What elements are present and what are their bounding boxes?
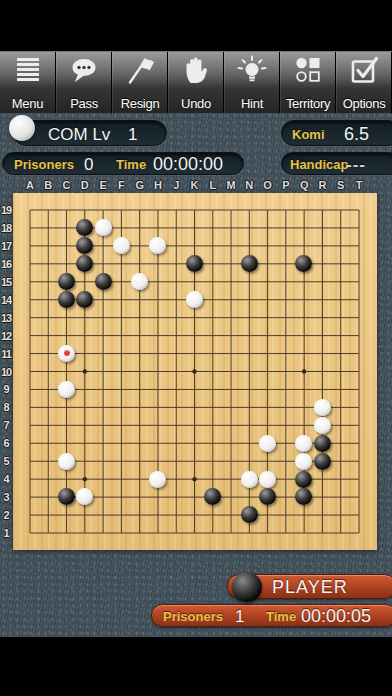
resign-button[interactable]: Resign: [112, 52, 168, 113]
intersection-Q15[interactable]: [295, 273, 313, 291]
intersection-F13[interactable]: [112, 309, 130, 327]
intersection-J16[interactable]: [167, 255, 185, 273]
intersection-G1[interactable]: [130, 524, 148, 542]
intersection-S9[interactable]: [331, 380, 349, 398]
intersection-P12[interactable]: [277, 327, 295, 345]
intersection-K14[interactable]: [185, 291, 203, 309]
intersection-S18[interactable]: [331, 219, 349, 237]
intersection-K11[interactable]: [185, 345, 203, 363]
intersection-N14[interactable]: [240, 291, 258, 309]
options-button[interactable]: Options: [336, 52, 392, 113]
intersection-D18[interactable]: [76, 219, 94, 237]
intersection-E17[interactable]: [94, 237, 112, 255]
intersection-N2[interactable]: [240, 506, 258, 524]
intersection-O7[interactable]: [258, 416, 276, 434]
intersection-S13[interactable]: [331, 309, 349, 327]
intersection-T5[interactable]: [350, 452, 368, 470]
intersection-A13[interactable]: [21, 309, 39, 327]
intersection-M17[interactable]: [222, 237, 240, 255]
intersection-T3[interactable]: [350, 488, 368, 506]
intersection-S19[interactable]: [331, 201, 349, 219]
intersection-M12[interactable]: [222, 327, 240, 345]
intersection-J14[interactable]: [167, 291, 185, 309]
intersection-J13[interactable]: [167, 309, 185, 327]
intersection-P16[interactable]: [277, 255, 295, 273]
intersection-H9[interactable]: [149, 380, 167, 398]
intersection-D8[interactable]: [76, 398, 94, 416]
intersection-O1[interactable]: [258, 524, 276, 542]
intersection-R19[interactable]: [313, 201, 331, 219]
intersection-A15[interactable]: [21, 273, 39, 291]
intersection-H7[interactable]: [149, 416, 167, 434]
intersection-M8[interactable]: [222, 398, 240, 416]
intersection-J8[interactable]: [167, 398, 185, 416]
intersection-N7[interactable]: [240, 416, 258, 434]
intersection-K12[interactable]: [185, 327, 203, 345]
intersection-J10[interactable]: [167, 362, 185, 380]
territory-button[interactable]: Territory: [280, 52, 336, 113]
intersection-L18[interactable]: [204, 219, 222, 237]
intersection-P8[interactable]: [277, 398, 295, 416]
intersection-F16[interactable]: [112, 255, 130, 273]
intersection-T11[interactable]: [350, 345, 368, 363]
intersection-C2[interactable]: [57, 506, 75, 524]
intersection-T10[interactable]: [350, 362, 368, 380]
intersection-O16[interactable]: [258, 255, 276, 273]
intersection-L4[interactable]: [204, 470, 222, 488]
intersection-J11[interactable]: [167, 345, 185, 363]
intersection-B1[interactable]: [39, 524, 57, 542]
intersection-T6[interactable]: [350, 434, 368, 452]
intersection-S14[interactable]: [331, 291, 349, 309]
intersection-H16[interactable]: [149, 255, 167, 273]
intersection-R14[interactable]: [313, 291, 331, 309]
intersection-M6[interactable]: [222, 434, 240, 452]
intersection-B13[interactable]: [39, 309, 57, 327]
intersection-N10[interactable]: [240, 362, 258, 380]
intersection-T2[interactable]: [350, 506, 368, 524]
intersection-G5[interactable]: [130, 452, 148, 470]
intersection-O3[interactable]: [258, 488, 276, 506]
intersection-R2[interactable]: [313, 506, 331, 524]
intersection-G13[interactable]: [130, 309, 148, 327]
intersection-C5[interactable]: [57, 452, 75, 470]
intersection-D14[interactable]: [76, 291, 94, 309]
intersection-E13[interactable]: [94, 309, 112, 327]
intersection-D15[interactable]: [76, 273, 94, 291]
intersection-G19[interactable]: [130, 201, 148, 219]
intersection-E7[interactable]: [94, 416, 112, 434]
intersection-R4[interactable]: [313, 470, 331, 488]
intersection-N19[interactable]: [240, 201, 258, 219]
intersection-Q13[interactable]: [295, 309, 313, 327]
intersection-C16[interactable]: [57, 255, 75, 273]
intersection-M5[interactable]: [222, 452, 240, 470]
intersection-A4[interactable]: [21, 470, 39, 488]
intersection-E10[interactable]: [94, 362, 112, 380]
intersection-C14[interactable]: [57, 291, 75, 309]
intersection-R9[interactable]: [313, 380, 331, 398]
intersection-O19[interactable]: [258, 201, 276, 219]
intersection-Q4[interactable]: [295, 470, 313, 488]
intersection-H1[interactable]: [149, 524, 167, 542]
intersection-E15[interactable]: [94, 273, 112, 291]
intersection-M14[interactable]: [222, 291, 240, 309]
intersection-S4[interactable]: [331, 470, 349, 488]
undo-button[interactable]: Undo: [168, 52, 224, 113]
intersection-G15[interactable]: [130, 273, 148, 291]
intersection-C9[interactable]: [57, 380, 75, 398]
intersection-Q16[interactable]: [295, 255, 313, 273]
intersection-N15[interactable]: [240, 273, 258, 291]
intersection-Q2[interactable]: [295, 506, 313, 524]
intersection-A7[interactable]: [21, 416, 39, 434]
intersection-A19[interactable]: [21, 201, 39, 219]
intersection-D10[interactable]: [76, 362, 94, 380]
intersection-C10[interactable]: [57, 362, 75, 380]
intersection-N9[interactable]: [240, 380, 258, 398]
intersection-A18[interactable]: [21, 219, 39, 237]
intersection-G2[interactable]: [130, 506, 148, 524]
intersection-H6[interactable]: [149, 434, 167, 452]
intersection-S3[interactable]: [331, 488, 349, 506]
intersection-C4[interactable]: [57, 470, 75, 488]
intersection-D4[interactable]: [76, 470, 94, 488]
intersection-S16[interactable]: [331, 255, 349, 273]
intersection-J2[interactable]: [167, 506, 185, 524]
intersection-A16[interactable]: [21, 255, 39, 273]
intersection-D19[interactable]: [76, 201, 94, 219]
intersection-S1[interactable]: [331, 524, 349, 542]
intersection-B5[interactable]: [39, 452, 57, 470]
intersection-F2[interactable]: [112, 506, 130, 524]
intersection-N13[interactable]: [240, 309, 258, 327]
intersection-K16[interactable]: [185, 255, 203, 273]
intersection-S8[interactable]: [331, 398, 349, 416]
intersection-Q10[interactable]: [295, 362, 313, 380]
intersection-C12[interactable]: [57, 327, 75, 345]
intersection-T14[interactable]: [350, 291, 368, 309]
intersection-B3[interactable]: [39, 488, 57, 506]
intersection-O4[interactable]: [258, 470, 276, 488]
intersection-K18[interactable]: [185, 219, 203, 237]
intersection-T7[interactable]: [350, 416, 368, 434]
intersection-J15[interactable]: [167, 273, 185, 291]
intersection-E18[interactable]: [94, 219, 112, 237]
intersection-F19[interactable]: [112, 201, 130, 219]
intersection-M2[interactable]: [222, 506, 240, 524]
intersection-K9[interactable]: [185, 380, 203, 398]
intersection-P7[interactable]: [277, 416, 295, 434]
intersection-N6[interactable]: [240, 434, 258, 452]
intersection-S11[interactable]: [331, 345, 349, 363]
intersection-P10[interactable]: [277, 362, 295, 380]
intersection-S2[interactable]: [331, 506, 349, 524]
intersection-L3[interactable]: [204, 488, 222, 506]
intersection-R5[interactable]: [313, 452, 331, 470]
intersection-A17[interactable]: [21, 237, 39, 255]
intersection-F11[interactable]: [112, 345, 130, 363]
intersection-B6[interactable]: [39, 434, 57, 452]
intersection-K13[interactable]: [185, 309, 203, 327]
intersection-R8[interactable]: [313, 398, 331, 416]
intersection-R11[interactable]: [313, 345, 331, 363]
intersection-J17[interactable]: [167, 237, 185, 255]
intersection-C13[interactable]: [57, 309, 75, 327]
intersection-G7[interactable]: [130, 416, 148, 434]
intersection-P19[interactable]: [277, 201, 295, 219]
intersection-P14[interactable]: [277, 291, 295, 309]
intersection-K19[interactable]: [185, 201, 203, 219]
intersection-E12[interactable]: [94, 327, 112, 345]
intersection-L12[interactable]: [204, 327, 222, 345]
intersection-D1[interactable]: [76, 524, 94, 542]
intersection-G18[interactable]: [130, 219, 148, 237]
intersection-D12[interactable]: [76, 327, 94, 345]
intersection-G3[interactable]: [130, 488, 148, 506]
intersection-Q14[interactable]: [295, 291, 313, 309]
intersection-G8[interactable]: [130, 398, 148, 416]
intersection-E19[interactable]: [94, 201, 112, 219]
intersection-R3[interactable]: [313, 488, 331, 506]
intersection-P15[interactable]: [277, 273, 295, 291]
intersection-L7[interactable]: [204, 416, 222, 434]
intersection-A11[interactable]: [21, 345, 39, 363]
intersection-N17[interactable]: [240, 237, 258, 255]
intersection-O14[interactable]: [258, 291, 276, 309]
intersection-Q18[interactable]: [295, 219, 313, 237]
intersection-P18[interactable]: [277, 219, 295, 237]
intersection-T1[interactable]: [350, 524, 368, 542]
intersection-B14[interactable]: [39, 291, 57, 309]
intersection-D11[interactable]: [76, 345, 94, 363]
intersection-J6[interactable]: [167, 434, 185, 452]
intersection-C11[interactable]: [57, 345, 75, 363]
intersection-G6[interactable]: [130, 434, 148, 452]
intersection-O17[interactable]: [258, 237, 276, 255]
intersection-T18[interactable]: [350, 219, 368, 237]
intersection-A2[interactable]: [21, 506, 39, 524]
intersection-S6[interactable]: [331, 434, 349, 452]
intersection-J1[interactable]: [167, 524, 185, 542]
intersection-O8[interactable]: [258, 398, 276, 416]
intersection-H5[interactable]: [149, 452, 167, 470]
intersection-H2[interactable]: [149, 506, 167, 524]
intersection-R10[interactable]: [313, 362, 331, 380]
intersection-H11[interactable]: [149, 345, 167, 363]
intersection-R15[interactable]: [313, 273, 331, 291]
intersection-S17[interactable]: [331, 237, 349, 255]
intersection-M18[interactable]: [222, 219, 240, 237]
intersection-O9[interactable]: [258, 380, 276, 398]
intersection-J12[interactable]: [167, 327, 185, 345]
intersection-F4[interactable]: [112, 470, 130, 488]
pass-button[interactable]: Pass: [56, 52, 112, 113]
intersection-G17[interactable]: [130, 237, 148, 255]
intersection-F7[interactable]: [112, 416, 130, 434]
intersection-M1[interactable]: [222, 524, 240, 542]
intersection-K3[interactable]: [185, 488, 203, 506]
intersection-C18[interactable]: [57, 219, 75, 237]
intersection-T8[interactable]: [350, 398, 368, 416]
intersection-E6[interactable]: [94, 434, 112, 452]
intersection-F15[interactable]: [112, 273, 130, 291]
intersection-P2[interactable]: [277, 506, 295, 524]
intersection-N18[interactable]: [240, 219, 258, 237]
intersection-E8[interactable]: [94, 398, 112, 416]
intersection-M10[interactable]: [222, 362, 240, 380]
intersection-A1[interactable]: [21, 524, 39, 542]
intersection-K2[interactable]: [185, 506, 203, 524]
intersection-R7[interactable]: [313, 416, 331, 434]
intersection-T19[interactable]: [350, 201, 368, 219]
intersection-G11[interactable]: [130, 345, 148, 363]
intersection-J4[interactable]: [167, 470, 185, 488]
intersection-C8[interactable]: [57, 398, 75, 416]
intersection-C1[interactable]: [57, 524, 75, 542]
intersection-T9[interactable]: [350, 380, 368, 398]
intersection-N8[interactable]: [240, 398, 258, 416]
intersection-P13[interactable]: [277, 309, 295, 327]
intersection-O2[interactable]: [258, 506, 276, 524]
intersection-J18[interactable]: [167, 219, 185, 237]
intersection-L15[interactable]: [204, 273, 222, 291]
intersection-Q6[interactable]: [295, 434, 313, 452]
intersection-G9[interactable]: [130, 380, 148, 398]
intersection-L11[interactable]: [204, 345, 222, 363]
intersection-T12[interactable]: [350, 327, 368, 345]
intersection-R18[interactable]: [313, 219, 331, 237]
intersection-R12[interactable]: [313, 327, 331, 345]
intersection-L8[interactable]: [204, 398, 222, 416]
intersection-H15[interactable]: [149, 273, 167, 291]
intersection-N12[interactable]: [240, 327, 258, 345]
intersection-B7[interactable]: [39, 416, 57, 434]
intersection-F18[interactable]: [112, 219, 130, 237]
intersection-G12[interactable]: [130, 327, 148, 345]
go-board[interactable]: [13, 193, 377, 550]
intersection-F8[interactable]: [112, 398, 130, 416]
intersection-S5[interactable]: [331, 452, 349, 470]
intersection-L14[interactable]: [204, 291, 222, 309]
intersection-Q7[interactable]: [295, 416, 313, 434]
intersection-E3[interactable]: [94, 488, 112, 506]
intersection-N5[interactable]: [240, 452, 258, 470]
intersection-E1[interactable]: [94, 524, 112, 542]
intersection-K7[interactable]: [185, 416, 203, 434]
intersection-F17[interactable]: [112, 237, 130, 255]
intersection-B19[interactable]: [39, 201, 57, 219]
intersection-A8[interactable]: [21, 398, 39, 416]
intersection-D5[interactable]: [76, 452, 94, 470]
intersection-J7[interactable]: [167, 416, 185, 434]
intersection-R17[interactable]: [313, 237, 331, 255]
intersection-D16[interactable]: [76, 255, 94, 273]
intersection-J9[interactable]: [167, 380, 185, 398]
intersection-N3[interactable]: [240, 488, 258, 506]
intersection-L5[interactable]: [204, 452, 222, 470]
intersection-S15[interactable]: [331, 273, 349, 291]
intersection-C17[interactable]: [57, 237, 75, 255]
intersection-N11[interactable]: [240, 345, 258, 363]
intersection-B8[interactable]: [39, 398, 57, 416]
intersection-P17[interactable]: [277, 237, 295, 255]
intersection-S7[interactable]: [331, 416, 349, 434]
intersection-C15[interactable]: [57, 273, 75, 291]
intersection-L10[interactable]: [204, 362, 222, 380]
intersection-B15[interactable]: [39, 273, 57, 291]
intersection-J5[interactable]: [167, 452, 185, 470]
intersection-J3[interactable]: [167, 488, 185, 506]
intersection-N16[interactable]: [240, 255, 258, 273]
intersection-F1[interactable]: [112, 524, 130, 542]
menu-button[interactable]: Menu: [0, 52, 56, 113]
intersection-Q17[interactable]: [295, 237, 313, 255]
intersection-K4[interactable]: [185, 470, 203, 488]
intersection-R16[interactable]: [313, 255, 331, 273]
intersection-B12[interactable]: [39, 327, 57, 345]
intersection-O10[interactable]: [258, 362, 276, 380]
intersection-T13[interactable]: [350, 309, 368, 327]
intersection-D9[interactable]: [76, 380, 94, 398]
intersection-Q19[interactable]: [295, 201, 313, 219]
intersection-D2[interactable]: [76, 506, 94, 524]
intersection-H8[interactable]: [149, 398, 167, 416]
intersection-P5[interactable]: [277, 452, 295, 470]
intersection-D17[interactable]: [76, 237, 94, 255]
intersection-R6[interactable]: [313, 434, 331, 452]
intersection-Q11[interactable]: [295, 345, 313, 363]
intersection-K17[interactable]: [185, 237, 203, 255]
intersection-A6[interactable]: [21, 434, 39, 452]
intersection-B16[interactable]: [39, 255, 57, 273]
intersection-Q9[interactable]: [295, 380, 313, 398]
intersection-E11[interactable]: [94, 345, 112, 363]
intersection-H18[interactable]: [149, 219, 167, 237]
intersection-G14[interactable]: [130, 291, 148, 309]
intersection-E2[interactable]: [94, 506, 112, 524]
intersection-M4[interactable]: [222, 470, 240, 488]
intersection-L17[interactable]: [204, 237, 222, 255]
intersection-H14[interactable]: [149, 291, 167, 309]
intersection-A9[interactable]: [21, 380, 39, 398]
intersection-T4[interactable]: [350, 470, 368, 488]
intersection-M13[interactable]: [222, 309, 240, 327]
intersection-O5[interactable]: [258, 452, 276, 470]
intersection-C7[interactable]: [57, 416, 75, 434]
intersection-F9[interactable]: [112, 380, 130, 398]
intersection-A5[interactable]: [21, 452, 39, 470]
intersection-A14[interactable]: [21, 291, 39, 309]
intersection-K10[interactable]: [185, 362, 203, 380]
intersection-M7[interactable]: [222, 416, 240, 434]
intersection-S10[interactable]: [331, 362, 349, 380]
intersection-R13[interactable]: [313, 309, 331, 327]
intersection-C6[interactable]: [57, 434, 75, 452]
intersection-K6[interactable]: [185, 434, 203, 452]
intersection-Q3[interactable]: [295, 488, 313, 506]
intersection-E16[interactable]: [94, 255, 112, 273]
intersection-G16[interactable]: [130, 255, 148, 273]
intersection-P1[interactable]: [277, 524, 295, 542]
intersection-O13[interactable]: [258, 309, 276, 327]
intersection-Q8[interactable]: [295, 398, 313, 416]
intersection-F14[interactable]: [112, 291, 130, 309]
intersection-B11[interactable]: [39, 345, 57, 363]
intersection-L1[interactable]: [204, 524, 222, 542]
intersection-O18[interactable]: [258, 219, 276, 237]
intersection-M19[interactable]: [222, 201, 240, 219]
